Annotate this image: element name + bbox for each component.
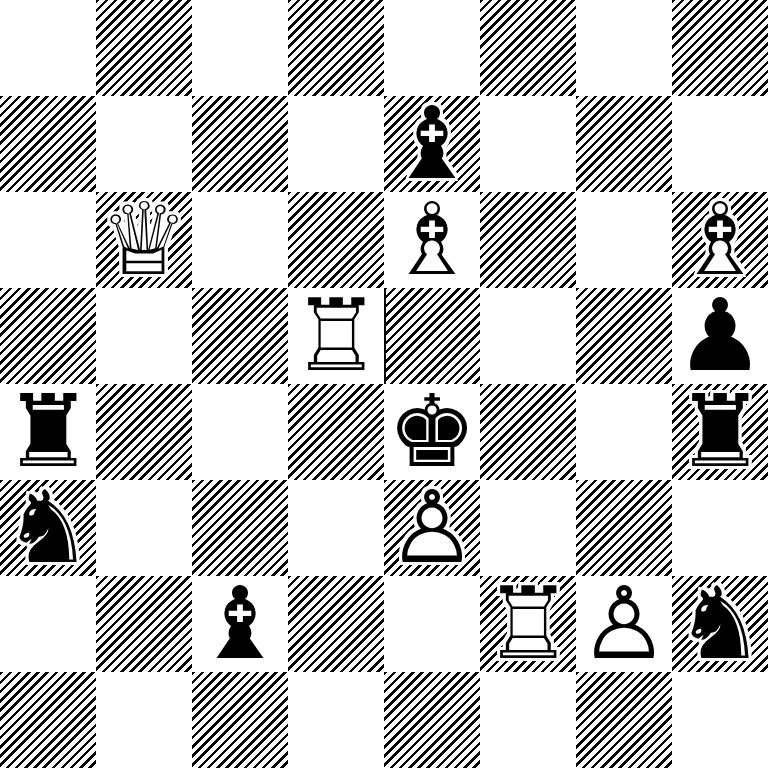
square-d6[interactable]	[288, 192, 384, 288]
piece-white-bishop[interactable]: ♗	[672, 192, 768, 288]
square-h2[interactable]: ♞♞	[672, 576, 768, 672]
square-h4[interactable]: ♜♜	[672, 384, 768, 480]
square-e7[interactable]: ♝♝	[384, 96, 480, 192]
square-e2[interactable]	[384, 576, 480, 672]
square-g3[interactable]	[576, 480, 672, 576]
piece-white-rook[interactable]: ♖	[288, 288, 384, 384]
square-a5[interactable]	[0, 288, 96, 384]
square-d3[interactable]	[288, 480, 384, 576]
square-f6[interactable]	[480, 192, 576, 288]
piece-halo: ♞	[672, 576, 768, 672]
piece-white-queen[interactable]: ♕	[96, 192, 192, 288]
square-d7[interactable]	[288, 96, 384, 192]
piece-white-rook[interactable]: ♖	[480, 576, 576, 672]
square-b4[interactable]	[96, 384, 192, 480]
piece-halo: ♝	[192, 576, 288, 672]
square-a1[interactable]	[0, 672, 96, 768]
square-e3[interactable]: ♟♙	[384, 480, 480, 576]
square-h7[interactable]	[672, 96, 768, 192]
square-h1[interactable]	[672, 672, 768, 768]
piece-white-pawn[interactable]: ♙	[576, 576, 672, 672]
square-a3[interactable]: ♞♞	[0, 480, 96, 576]
square-c6[interactable]	[192, 192, 288, 288]
piece-halo: ♝	[672, 192, 768, 288]
piece-black-knight[interactable]: ♞	[0, 480, 96, 576]
square-e6[interactable]: ♝♗	[384, 192, 480, 288]
square-a4[interactable]: ♜♜	[0, 384, 96, 480]
square-c1[interactable]	[192, 672, 288, 768]
square-c8[interactable]	[192, 0, 288, 96]
square-e4[interactable]: ♚♚	[384, 384, 480, 480]
piece-black-knight[interactable]: ♞	[672, 576, 768, 672]
square-f3[interactable]	[480, 480, 576, 576]
square-b2[interactable]	[96, 576, 192, 672]
piece-black-rook[interactable]: ♜	[0, 384, 96, 480]
square-d1[interactable]	[288, 672, 384, 768]
piece-black-bishop[interactable]: ♝	[384, 96, 480, 192]
square-g6[interactable]	[576, 192, 672, 288]
square-a6[interactable]	[0, 192, 96, 288]
square-f1[interactable]	[480, 672, 576, 768]
square-b8[interactable]	[96, 0, 192, 96]
square-d4[interactable]	[288, 384, 384, 480]
square-e1[interactable]	[384, 672, 480, 768]
square-h6[interactable]: ♝♗	[672, 192, 768, 288]
square-g1[interactable]	[576, 672, 672, 768]
square-e5[interactable]	[384, 288, 480, 384]
square-h8[interactable]	[672, 0, 768, 96]
piece-halo: ♛	[96, 192, 192, 288]
square-c2[interactable]: ♝♝	[192, 576, 288, 672]
square-c3[interactable]	[192, 480, 288, 576]
square-d8[interactable]	[288, 0, 384, 96]
piece-white-pawn[interactable]: ♙	[384, 480, 480, 576]
chess-board: ♝♝♛♕♝♗♝♗♜♖♟♟♜♜♚♚♜♜♞♞♟♙♝♝♜♖♟♙♞♞	[0, 0, 768, 768]
square-f8[interactable]	[480, 0, 576, 96]
square-c4[interactable]	[192, 384, 288, 480]
square-b3[interactable]	[96, 480, 192, 576]
piece-black-bishop[interactable]: ♝	[192, 576, 288, 672]
piece-halo: ♜	[0, 384, 96, 480]
square-c5[interactable]	[192, 288, 288, 384]
piece-black-king[interactable]: ♚	[384, 384, 480, 480]
square-b1[interactable]	[96, 672, 192, 768]
square-f7[interactable]	[480, 96, 576, 192]
square-d5[interactable]: ♜♖	[288, 288, 384, 384]
piece-halo: ♜	[288, 288, 384, 384]
piece-halo: ♟	[576, 576, 672, 672]
piece-halo: ♚	[384, 384, 480, 480]
piece-white-bishop[interactable]: ♗	[384, 192, 480, 288]
square-f4[interactable]	[480, 384, 576, 480]
square-b6[interactable]: ♛♕	[96, 192, 192, 288]
piece-black-pawn[interactable]: ♟	[672, 288, 768, 384]
piece-halo: ♝	[384, 96, 480, 192]
square-b5[interactable]	[96, 288, 192, 384]
square-g5[interactable]	[576, 288, 672, 384]
square-a8[interactable]	[0, 0, 96, 96]
square-a7[interactable]	[0, 96, 96, 192]
square-e8[interactable]	[384, 0, 480, 96]
square-g2[interactable]: ♟♙	[576, 576, 672, 672]
square-g4[interactable]	[576, 384, 672, 480]
piece-halo: ♞	[0, 480, 96, 576]
square-g8[interactable]	[576, 0, 672, 96]
square-f2[interactable]: ♜♖	[480, 576, 576, 672]
piece-halo: ♟	[384, 480, 480, 576]
piece-halo: ♟	[672, 288, 768, 384]
piece-halo: ♜	[672, 384, 768, 480]
square-g7[interactable]	[576, 96, 672, 192]
square-h5[interactable]: ♟♟	[672, 288, 768, 384]
square-c7[interactable]	[192, 96, 288, 192]
square-h3[interactable]	[672, 480, 768, 576]
square-b7[interactable]	[96, 96, 192, 192]
piece-halo: ♝	[384, 192, 480, 288]
piece-black-rook[interactable]: ♜	[672, 384, 768, 480]
piece-halo: ♜	[480, 576, 576, 672]
square-a2[interactable]	[0, 576, 96, 672]
square-f5[interactable]	[480, 288, 576, 384]
square-d2[interactable]	[288, 576, 384, 672]
